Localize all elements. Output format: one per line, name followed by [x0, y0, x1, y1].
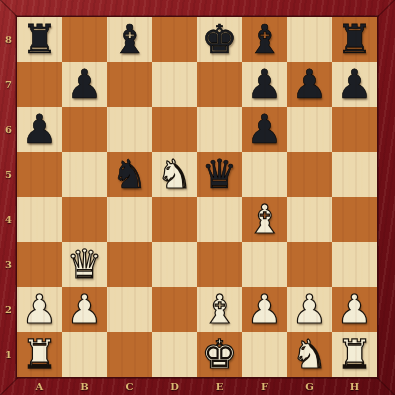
square-f6[interactable]: ♟	[242, 107, 287, 152]
square-e8[interactable]: ♚	[197, 17, 242, 62]
rank-label-5: 5	[0, 152, 17, 197]
square-b5[interactable]	[62, 152, 107, 197]
square-b7[interactable]: ♟	[62, 62, 107, 107]
square-g2[interactable]: ♟	[287, 287, 332, 332]
square-f5[interactable]	[242, 152, 287, 197]
black-pawn: ♟	[337, 64, 373, 104]
square-c6[interactable]	[107, 107, 152, 152]
square-b8[interactable]	[62, 17, 107, 62]
square-b3[interactable]: ♛	[62, 242, 107, 287]
black-knight: ♞	[112, 154, 148, 194]
file-label-g: G	[287, 378, 332, 395]
square-e7[interactable]	[197, 62, 242, 107]
rank-label-8: 8	[0, 17, 17, 62]
frame-corner-seam	[0, 0, 19, 18]
white-rook: ♜	[22, 334, 58, 374]
square-h7[interactable]: ♟	[332, 62, 377, 107]
rank-label-2: 2	[0, 287, 17, 332]
black-pawn: ♟	[247, 64, 283, 104]
rank-label-3: 3	[0, 242, 17, 287]
square-h1[interactable]: ♜	[332, 332, 377, 377]
square-d5[interactable]: ♞	[152, 152, 197, 197]
square-e2[interactable]: ♝	[197, 287, 242, 332]
rank-label-7: 7	[0, 62, 17, 107]
white-pawn: ♟	[247, 289, 283, 329]
square-a3[interactable]	[17, 242, 62, 287]
square-f8[interactable]: ♝	[242, 17, 287, 62]
white-king: ♚	[202, 334, 238, 374]
frame-corner-seam	[376, 377, 395, 395]
square-d2[interactable]	[152, 287, 197, 332]
black-rook: ♜	[337, 19, 373, 59]
file-label-b: B	[62, 378, 107, 395]
square-e3[interactable]	[197, 242, 242, 287]
file-label-e: E	[197, 378, 242, 395]
black-king: ♚	[202, 19, 238, 59]
frame-corner-seam	[0, 377, 19, 395]
black-pawn: ♟	[67, 64, 103, 104]
square-c8[interactable]: ♝	[107, 17, 152, 62]
square-f3[interactable]	[242, 242, 287, 287]
square-f4[interactable]: ♝	[242, 197, 287, 242]
square-h6[interactable]	[332, 107, 377, 152]
black-bishop: ♝	[247, 19, 283, 59]
file-label-c: C	[107, 378, 152, 395]
square-a5[interactable]	[17, 152, 62, 197]
square-f7[interactable]: ♟	[242, 62, 287, 107]
white-pawn: ♟	[337, 289, 373, 329]
square-c5[interactable]: ♞	[107, 152, 152, 197]
file-label-a: A	[17, 378, 62, 395]
square-e5[interactable]: ♛	[197, 152, 242, 197]
square-c4[interactable]	[107, 197, 152, 242]
black-pawn: ♟	[247, 109, 283, 149]
white-knight: ♞	[157, 154, 193, 194]
square-e6[interactable]	[197, 107, 242, 152]
square-h5[interactable]	[332, 152, 377, 197]
square-d7[interactable]	[152, 62, 197, 107]
square-a2[interactable]: ♟	[17, 287, 62, 332]
square-a8[interactable]: ♜	[17, 17, 62, 62]
file-labels: ABCDEFGH	[17, 378, 377, 395]
square-g8[interactable]	[287, 17, 332, 62]
square-g4[interactable]	[287, 197, 332, 242]
black-rook: ♜	[22, 19, 58, 59]
square-h2[interactable]: ♟	[332, 287, 377, 332]
rank-label-6: 6	[0, 107, 17, 152]
square-e1[interactable]: ♚	[197, 332, 242, 377]
file-label-f: F	[242, 378, 287, 395]
square-b4[interactable]	[62, 197, 107, 242]
square-f1[interactable]	[242, 332, 287, 377]
square-h3[interactable]	[332, 242, 377, 287]
white-pawn: ♟	[22, 289, 58, 329]
square-d8[interactable]	[152, 17, 197, 62]
black-queen: ♛	[202, 154, 238, 194]
white-knight: ♞	[292, 334, 328, 374]
black-pawn: ♟	[22, 109, 58, 149]
white-bishop: ♝	[247, 199, 283, 239]
file-label-h: H	[332, 378, 377, 395]
square-d3[interactable]	[152, 242, 197, 287]
chess-diagram-frame: ♜♝♚♝♜♟♟♟♟♟♟♞♞♛♝♛♟♟♝♟♟♟♜♚♞♜ ABCDEFGH 8765…	[0, 0, 395, 395]
square-g5[interactable]	[287, 152, 332, 197]
rank-label-1: 1	[0, 332, 17, 377]
chess-board: ♜♝♚♝♜♟♟♟♟♟♟♞♞♛♝♛♟♟♝♟♟♟♜♚♞♜	[17, 17, 377, 377]
square-c3[interactable]	[107, 242, 152, 287]
rank-labels: 87654321	[0, 17, 17, 377]
square-d6[interactable]	[152, 107, 197, 152]
square-c2[interactable]	[107, 287, 152, 332]
square-g1[interactable]: ♞	[287, 332, 332, 377]
square-a7[interactable]	[17, 62, 62, 107]
square-a4[interactable]	[17, 197, 62, 242]
square-e4[interactable]	[197, 197, 242, 242]
square-b6[interactable]	[62, 107, 107, 152]
square-g3[interactable]	[287, 242, 332, 287]
square-h8[interactable]: ♜	[332, 17, 377, 62]
white-pawn: ♟	[67, 289, 103, 329]
white-bishop: ♝	[202, 289, 238, 329]
white-pawn: ♟	[292, 289, 328, 329]
white-rook: ♜	[337, 334, 373, 374]
square-a6[interactable]: ♟	[17, 107, 62, 152]
white-queen: ♛	[67, 244, 103, 284]
frame-corner-seam	[376, 0, 395, 18]
rank-label-4: 4	[0, 197, 17, 242]
square-f2[interactable]: ♟	[242, 287, 287, 332]
square-d1[interactable]	[152, 332, 197, 377]
square-a1[interactable]: ♜	[17, 332, 62, 377]
square-b1[interactable]	[62, 332, 107, 377]
black-bishop: ♝	[112, 19, 148, 59]
square-g6[interactable]	[287, 107, 332, 152]
black-pawn: ♟	[292, 64, 328, 104]
square-b2[interactable]: ♟	[62, 287, 107, 332]
square-c1[interactable]	[107, 332, 152, 377]
square-c7[interactable]	[107, 62, 152, 107]
square-d4[interactable]	[152, 197, 197, 242]
square-h4[interactable]	[332, 197, 377, 242]
file-label-d: D	[152, 378, 197, 395]
square-g7[interactable]: ♟	[287, 62, 332, 107]
